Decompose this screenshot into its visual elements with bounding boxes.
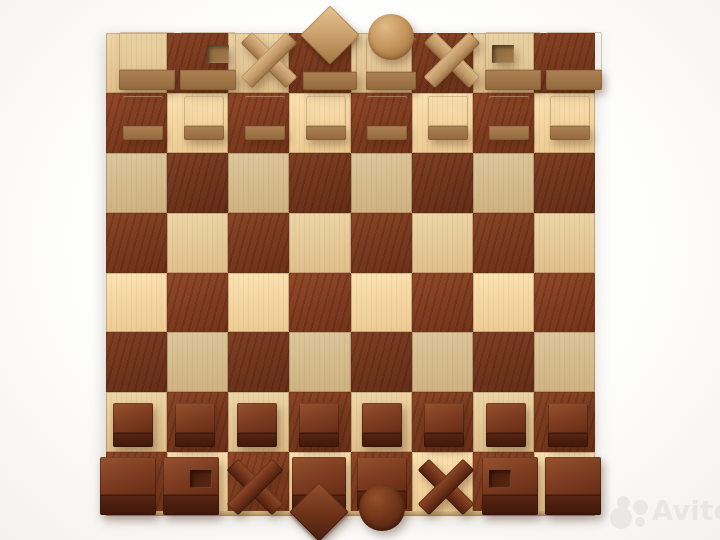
square-b5[interactable] xyxy=(473,273,534,333)
square-f6[interactable] xyxy=(228,332,289,392)
square-g6[interactable] xyxy=(167,332,228,392)
avito-logo-icon xyxy=(610,496,650,530)
square-g5[interactable] xyxy=(167,273,228,333)
square-h6[interactable] xyxy=(106,332,167,392)
white-pawn[interactable] xyxy=(184,96,224,140)
white-pawn[interactable] xyxy=(550,96,590,140)
square-d6[interactable] xyxy=(351,332,412,392)
square-d3[interactable] xyxy=(351,153,412,213)
photo-stage: Avito xyxy=(0,0,720,540)
black-knight[interactable] xyxy=(482,457,538,515)
avito-logo-circle xyxy=(635,517,645,527)
white-knight[interactable] xyxy=(180,32,236,90)
white-pawn[interactable] xyxy=(428,96,468,140)
square-e3[interactable] xyxy=(289,153,350,213)
square-a6[interactable] xyxy=(534,332,595,392)
black-pawn[interactable] xyxy=(548,403,588,447)
white-bishop[interactable] xyxy=(422,30,482,90)
black-pawn[interactable] xyxy=(486,403,526,447)
square-f4[interactable] xyxy=(228,213,289,273)
square-g4[interactable] xyxy=(167,213,228,273)
black-pawn[interactable] xyxy=(362,403,402,447)
square-d5[interactable] xyxy=(351,273,412,333)
white-pawn[interactable] xyxy=(306,96,346,140)
square-h5[interactable] xyxy=(106,273,167,333)
square-a4[interactable] xyxy=(534,213,595,273)
white-pawn[interactable] xyxy=(367,96,407,140)
black-knight[interactable] xyxy=(163,457,219,515)
watermark: Avito xyxy=(610,496,720,534)
white-pawn[interactable] xyxy=(245,96,285,140)
black-rook[interactable] xyxy=(100,457,156,515)
white-pawn[interactable] xyxy=(489,96,529,140)
square-c3[interactable] xyxy=(412,153,473,213)
black-queen[interactable] xyxy=(357,457,407,509)
square-c6[interactable] xyxy=(412,332,473,392)
black-pawn[interactable] xyxy=(113,403,153,447)
square-h3[interactable] xyxy=(106,153,167,213)
square-e6[interactable] xyxy=(289,332,350,392)
white-king[interactable] xyxy=(303,34,357,90)
black-bishop[interactable] xyxy=(416,457,476,517)
square-b4[interactable] xyxy=(473,213,534,273)
white-rook[interactable] xyxy=(546,32,602,90)
square-e5[interactable] xyxy=(289,273,350,333)
square-b6[interactable] xyxy=(473,332,534,392)
square-b3[interactable] xyxy=(473,153,534,213)
white-rook[interactable] xyxy=(119,32,175,90)
square-g3[interactable] xyxy=(167,153,228,213)
black-king[interactable] xyxy=(292,457,346,513)
white-knight[interactable] xyxy=(485,32,541,90)
square-e4[interactable] xyxy=(289,213,350,273)
watermark-text: Avito xyxy=(652,495,720,526)
white-pawn[interactable] xyxy=(123,96,163,140)
avito-logo-circle xyxy=(610,507,632,529)
white-queen[interactable] xyxy=(366,38,416,90)
square-a5[interactable] xyxy=(534,273,595,333)
black-pawn[interactable] xyxy=(299,403,339,447)
square-f3[interactable] xyxy=(228,153,289,213)
square-a3[interactable] xyxy=(534,153,595,213)
black-rook[interactable] xyxy=(545,457,601,515)
black-pawn[interactable] xyxy=(424,403,464,447)
avito-logo-circle xyxy=(617,496,630,509)
black-bishop[interactable] xyxy=(225,457,285,517)
square-c5[interactable] xyxy=(412,273,473,333)
square-d4[interactable] xyxy=(351,213,412,273)
avito-logo-circle xyxy=(633,500,648,515)
black-pawn[interactable] xyxy=(175,403,215,447)
square-c4[interactable] xyxy=(412,213,473,273)
white-bishop[interactable] xyxy=(239,30,299,90)
square-f5[interactable] xyxy=(228,273,289,333)
square-h4[interactable] xyxy=(106,213,167,273)
black-pawn[interactable] xyxy=(237,403,277,447)
